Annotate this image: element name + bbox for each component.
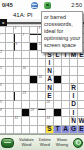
grid-cell[interactable] [22, 101, 30, 109]
grid-cell[interactable] [14, 76, 22, 84]
tooltip-line: crosswords, [44, 21, 81, 28]
cell-letter: G [71, 126, 76, 132]
clue-number: 16 [23, 67, 26, 70]
grid-cell[interactable] [30, 59, 38, 67]
grid-cell[interactable] [14, 101, 22, 109]
timer-button[interactable] [73, 138, 83, 148]
grid-cell[interactable] [6, 43, 14, 51]
clue-number: 28 [0, 109, 2, 112]
black-cell [54, 76, 62, 84]
grid-cell[interactable] [22, 126, 30, 134]
clue-number: 25 [0, 101, 2, 104]
timer-text: 2:50 [71, 2, 82, 8]
clue-number: 15 [0, 67, 2, 70]
grid-cell[interactable]: 9 [14, 43, 22, 51]
grid-cell[interactable]: 16 [22, 67, 30, 75]
grid-cell[interactable]: A [46, 76, 54, 84]
clue-number: 33 [47, 117, 50, 120]
grid-cell[interactable] [30, 51, 38, 59]
grid-cell[interactable] [78, 76, 84, 84]
tooltip-line: screen space [44, 42, 81, 49]
globe-icon[interactable] [31, 2, 38, 9]
grid-cell[interactable] [6, 126, 14, 134]
tooltip-line: ideal for [44, 28, 81, 35]
grid-cell[interactable]: 2 [14, 26, 22, 34]
grid-cell[interactable] [62, 92, 70, 100]
grid-cell[interactable] [54, 92, 62, 100]
grid-cell[interactable] [14, 67, 22, 75]
clue-number: 21 [71, 84, 74, 87]
grid-cell[interactable] [6, 34, 14, 42]
grid-cell[interactable] [6, 84, 14, 92]
show-wrong-label-2: Wrong [56, 143, 68, 148]
prev-word-button[interactable] [1, 138, 14, 148]
show-wrong-button[interactable]: Show Wrong [56, 138, 68, 147]
bottom-toolbar: Validate Word Delete Word Show Wrong [0, 134, 84, 150]
clue-number: 18 [39, 76, 42, 79]
grid-cell[interactable]: G [70, 126, 78, 134]
grid-cell[interactable]: T [54, 126, 62, 134]
help-tooltip: or barred crosswords, ideal for optimisi… [41, 11, 83, 53]
triangle-icon: ▸ [2, 21, 4, 25]
grid-cell[interactable] [78, 92, 84, 100]
tooltip-line: or barred [44, 14, 81, 21]
grid-cell[interactable] [30, 92, 38, 100]
grid-cell[interactable] [38, 126, 46, 134]
grid-cell[interactable] [38, 59, 46, 67]
tooltip-line: optimising your [44, 35, 81, 42]
grid-cell[interactable] [38, 117, 46, 125]
grid-cell[interactable] [62, 109, 70, 117]
solved-count: 0/45 [2, 2, 13, 8]
black-cell [54, 109, 62, 117]
grid-cell[interactable] [38, 109, 46, 117]
grid-cell[interactable] [30, 26, 38, 34]
grid-cell[interactable] [70, 67, 78, 75]
clue-number: 12 [0, 51, 2, 54]
grid-cell[interactable] [54, 84, 62, 92]
slider-handle[interactable]: ▸ [0, 19, 7, 26]
grid-cell[interactable]: 26 [46, 101, 54, 109]
clue-number: 26 [47, 101, 50, 104]
clue-number: 2 [15, 27, 17, 30]
clue-number: 41 [47, 126, 50, 129]
clue-number: 3 [39, 27, 41, 30]
grid-cell[interactable]: D [70, 101, 78, 109]
clue-number: 20 [0, 84, 2, 87]
clue-number: 29 [31, 109, 34, 112]
delete-word-label-2: Word [40, 143, 50, 148]
grid-cell[interactable] [14, 126, 22, 134]
cell-letter: N [47, 85, 52, 91]
black-cell [30, 43, 38, 51]
grid-cell[interactable] [30, 117, 38, 125]
cell-letter: A [47, 76, 52, 82]
cell-letter: W [78, 118, 84, 124]
cell-letter: I [73, 93, 75, 99]
grid-cell[interactable] [54, 101, 62, 109]
grid-cell[interactable]: 7 [22, 34, 30, 42]
cell-letter: T [56, 126, 60, 132]
clue-number: 34 [71, 117, 74, 120]
grid-cell[interactable] [78, 101, 84, 109]
cell-letter: E [47, 93, 51, 99]
validate-word-label-2: Word [21, 143, 31, 148]
grid-cell[interactable] [6, 92, 14, 100]
cell-letter: E [79, 126, 83, 132]
grid-cell[interactable] [14, 51, 22, 59]
black-cell [30, 76, 38, 84]
grid-cell[interactable] [6, 67, 14, 75]
cell-letter: I [73, 110, 75, 116]
grid-cell[interactable] [6, 59, 14, 67]
grid-cell[interactable] [6, 109, 14, 117]
grid-cell[interactable]: E [78, 126, 84, 134]
grid-cell[interactable] [6, 117, 14, 125]
grid-cell[interactable] [54, 59, 62, 67]
grid-cell[interactable]: A [62, 126, 70, 134]
grid-cell[interactable] [30, 34, 38, 42]
clue-number: 23 [23, 92, 26, 95]
grid-cell[interactable]: 23 [22, 92, 30, 100]
grid-cell[interactable] [78, 84, 84, 92]
grid-cell[interactable] [14, 92, 22, 100]
cell-letter: D [71, 101, 76, 107]
grid-cell[interactable] [78, 67, 84, 75]
grid-cell[interactable] [6, 26, 14, 34]
grid-cell[interactable]: 21R [70, 84, 78, 92]
grid-cell[interactable] [14, 84, 22, 92]
grid-cell[interactable] [14, 59, 22, 67]
grid-cell[interactable] [54, 67, 62, 75]
grid-cell[interactable] [62, 84, 70, 92]
grid-cell[interactable] [6, 51, 14, 59]
grid-cell[interactable] [62, 67, 70, 75]
clue-number: 9 [16, 43, 18, 46]
validate-word-button[interactable]: Validate Word [19, 138, 34, 147]
grid-cell[interactable] [30, 126, 38, 134]
grid-cell[interactable] [30, 67, 38, 75]
grid-cell[interactable]: 18 [38, 76, 46, 84]
cell-letter: N [47, 68, 52, 74]
grid-cell[interactable] [38, 92, 46, 100]
grid-cell[interactable] [38, 101, 46, 109]
delete-word-button[interactable]: Delete Word [39, 138, 51, 147]
grid-cell[interactable] [6, 101, 14, 109]
current-clue-text: 41A: Pl [13, 12, 32, 18]
cell-letter: A [63, 126, 68, 132]
grid-cell[interactable] [30, 84, 38, 92]
grid-cell[interactable]: 29 [30, 109, 38, 117]
grid-cell[interactable] [62, 59, 70, 67]
black-cell [22, 109, 30, 117]
green-die-icon[interactable] [44, 2, 51, 9]
grid-cell[interactable] [22, 117, 30, 125]
grid-cell[interactable] [38, 84, 46, 92]
grid-cell[interactable] [6, 76, 14, 84]
grid-cell[interactable] [22, 51, 30, 59]
grid-cell[interactable] [22, 43, 30, 51]
grid-cell[interactable] [70, 59, 78, 67]
grid-cell[interactable] [78, 59, 84, 67]
grid-cell[interactable] [62, 101, 70, 109]
cell-letter: I [49, 60, 51, 66]
grid-cell[interactable] [22, 76, 30, 84]
grid-cell[interactable]: 41S [46, 126, 54, 134]
clue-number: 7 [23, 34, 25, 37]
grid-cell[interactable]: 31 [14, 117, 22, 125]
clue-number: 31 [15, 117, 18, 120]
grid-cell[interactable] [62, 76, 70, 84]
